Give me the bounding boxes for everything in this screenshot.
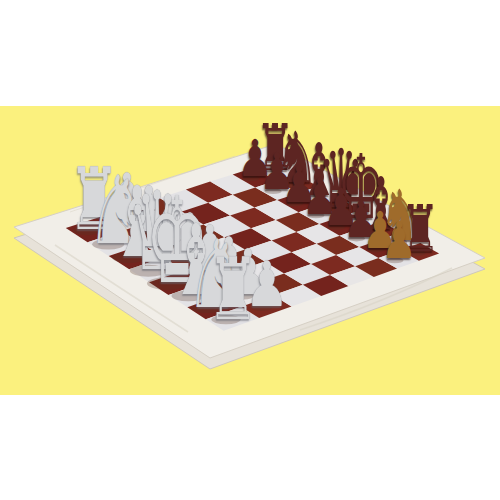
chess-pieces-layer: ♜♟♞♟♝♟♛♟♟♚♟♜♝♟♟♞♞♟♟♜♝♟♟♛♟♚♟♝♟♟♞♜ <box>0 0 500 500</box>
product-photo-stage: ♜♟♞♟♝♟♛♟♟♚♟♜♝♟♟♞♞♟♟♜♝♟♟♛♟♚♟♝♟♟♞♜ <box>0 0 500 500</box>
piece-red-pawn-h7[interactable]: ♟ <box>381 216 417 267</box>
piece-white-rook-h1[interactable]: ♜ <box>207 245 260 331</box>
